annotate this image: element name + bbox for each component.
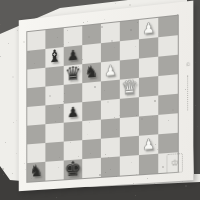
speckle <box>12 173 13 174</box>
square-f3 <box>120 116 139 137</box>
square-e2 <box>101 137 120 158</box>
square-g6 <box>139 57 158 78</box>
square-c5 <box>64 83 83 104</box>
black-pawn-c4: ♟ <box>67 104 79 119</box>
square-d6: ♞ <box>82 62 101 83</box>
square-h2 <box>158 133 178 154</box>
square-g2: ♟ <box>139 134 158 155</box>
speckle <box>115 3 116 4</box>
white-queen-f5: ♛ <box>121 77 138 98</box>
square-c8 <box>64 26 83 47</box>
square-c3 <box>64 121 83 141</box>
square-h6 <box>158 55 178 76</box>
square-e8 <box>101 22 120 43</box>
square-e1 <box>101 156 120 176</box>
square-h8 <box>158 16 178 38</box>
speckle <box>16 120 17 121</box>
square-f8 <box>120 20 139 41</box>
square-h5 <box>158 74 178 95</box>
speckle <box>129 4 131 6</box>
square-g1 <box>139 154 158 175</box>
square-e3 <box>101 118 120 139</box>
square-e4 <box>101 99 120 120</box>
black-queen-c6: ♛ <box>65 63 82 84</box>
square-f2 <box>120 136 139 157</box>
maker-logo-stamp: ♔ <box>166 153 182 174</box>
crown-icon: ♔ <box>171 158 179 168</box>
white-pawn-g8: ♟ <box>142 20 155 36</box>
square-b2 <box>45 142 63 162</box>
square-a3 <box>27 124 45 144</box>
speckle <box>12 76 14 78</box>
square-f1 <box>120 155 139 176</box>
square-c4: ♟ <box>64 102 83 123</box>
square-a1: ♞ <box>27 162 45 182</box>
square-e5 <box>101 80 120 101</box>
speckle <box>5 142 6 143</box>
square-b4 <box>45 104 63 124</box>
square-g8: ♟ <box>139 18 158 39</box>
square-b5 <box>45 85 63 106</box>
square-g5 <box>139 76 158 97</box>
square-d8 <box>82 24 101 45</box>
speckle <box>8 43 9 44</box>
speckle <box>154 183 155 184</box>
square-a7 <box>27 49 45 70</box>
copyright-text-blur <box>187 75 188 110</box>
square-a6 <box>27 68 45 88</box>
square-h7 <box>158 35 178 56</box>
square-g3 <box>139 115 158 136</box>
white-pawn-g2: ♟ <box>142 136 155 151</box>
square-d2 <box>82 139 101 159</box>
black-knight-d6: ♞ <box>85 63 99 80</box>
black-knight-a1: ♞ <box>29 162 43 179</box>
square-g7 <box>139 37 158 58</box>
chess-board: ♟♝♟♛♞♟♛♟♟♞♚ <box>26 15 178 183</box>
square-d3 <box>82 120 101 141</box>
square-c6: ♛ <box>64 64 83 85</box>
speckle <box>0 56 1 57</box>
speckle <box>13 122 14 123</box>
black-king-c1: ♚ <box>64 158 81 179</box>
square-d4 <box>82 101 101 122</box>
square-g4 <box>139 95 158 116</box>
chess-board-sheet: ♟♝♟♛♞♟♛♟♟♞♚ © ♔ <box>19 1 194 192</box>
square-c1: ♚ <box>64 159 83 179</box>
square-h4 <box>158 94 178 115</box>
square-f4 <box>120 97 139 118</box>
square-d1 <box>82 158 101 178</box>
square-e6: ♟ <box>101 60 120 81</box>
square-b6 <box>45 66 63 87</box>
square-a5 <box>27 87 45 107</box>
square-b1 <box>45 160 63 180</box>
square-h3 <box>158 113 178 134</box>
copyright-text: © <box>185 61 191 69</box>
speckle <box>16 153 17 154</box>
black-pawn-c7: ♟ <box>67 47 79 62</box>
photo: ♟♝♟♛♞♟♛♟♟♞♚ © ♔ <box>0 0 200 200</box>
square-b3 <box>45 123 63 143</box>
square-e7 <box>101 41 120 62</box>
square-d5 <box>82 81 101 102</box>
square-f7 <box>120 39 139 60</box>
square-a8 <box>27 30 45 51</box>
white-pawn-e6: ♟ <box>104 62 116 77</box>
square-b7: ♝ <box>45 47 63 68</box>
square-f5: ♛ <box>120 78 139 99</box>
black-bishop-b7: ♝ <box>47 47 62 65</box>
square-a4 <box>27 105 45 125</box>
